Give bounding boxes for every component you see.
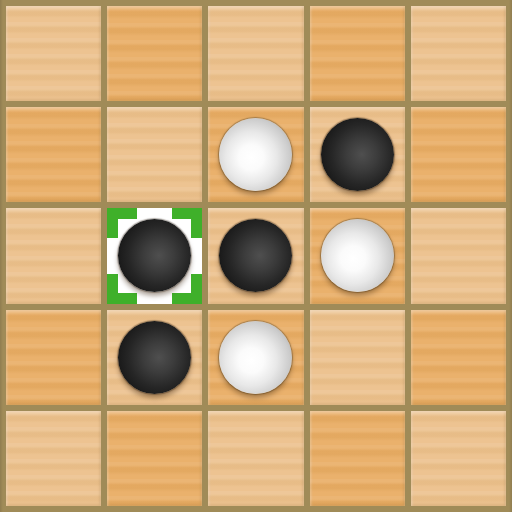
cell-r2c2[interactable] bbox=[107, 107, 202, 202]
cell-r4c2[interactable] bbox=[107, 310, 202, 405]
cell-r3c5[interactable] bbox=[411, 208, 506, 303]
cell-r1c2[interactable] bbox=[107, 6, 202, 101]
cell-r1c4[interactable] bbox=[310, 6, 405, 101]
cell-r5c2[interactable] bbox=[107, 411, 202, 506]
cell-r3c3[interactable] bbox=[208, 208, 303, 303]
cell-r4c1[interactable] bbox=[6, 310, 101, 405]
cell-r2c1[interactable] bbox=[6, 107, 101, 202]
cell-r4c3[interactable] bbox=[208, 310, 303, 405]
cell-r4c5[interactable] bbox=[411, 310, 506, 405]
cell-r2c3[interactable] bbox=[208, 107, 303, 202]
cell-r5c3[interactable] bbox=[208, 411, 303, 506]
cell-r1c3[interactable] bbox=[208, 6, 303, 101]
white-stone bbox=[219, 321, 292, 394]
cell-r1c5[interactable] bbox=[411, 6, 506, 101]
black-stone bbox=[321, 118, 394, 191]
black-stone bbox=[118, 321, 191, 394]
game-board bbox=[0, 0, 512, 512]
white-stone bbox=[219, 118, 292, 191]
cell-r5c1[interactable] bbox=[6, 411, 101, 506]
white-stone bbox=[321, 219, 394, 292]
cell-r5c5[interactable] bbox=[411, 411, 506, 506]
black-stone bbox=[219, 219, 292, 292]
cell-r3c1[interactable] bbox=[6, 208, 101, 303]
cell-r2c5[interactable] bbox=[411, 107, 506, 202]
cell-r3c4[interactable] bbox=[310, 208, 405, 303]
cell-r2c4[interactable] bbox=[310, 107, 405, 202]
cell-r3c2[interactable] bbox=[107, 208, 202, 303]
cell-r4c4[interactable] bbox=[310, 310, 405, 405]
cell-r1c1[interactable] bbox=[6, 6, 101, 101]
cell-r5c4[interactable] bbox=[310, 411, 405, 506]
